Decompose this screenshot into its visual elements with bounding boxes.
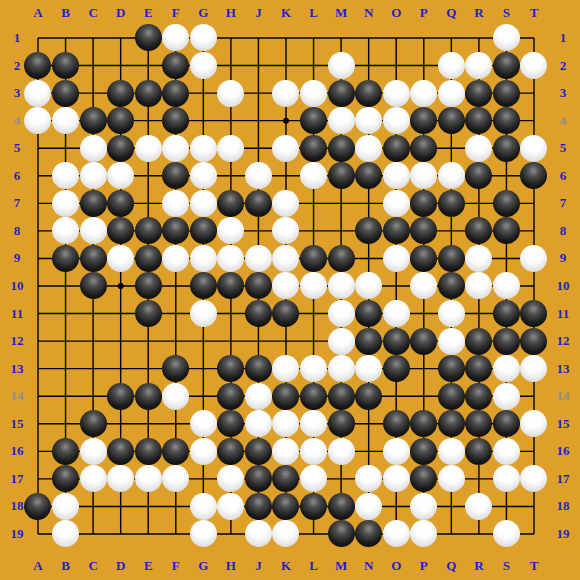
intersection-G12[interactable]: [190, 327, 218, 355]
intersection-O17[interactable]: [382, 465, 410, 493]
intersection-Q3[interactable]: [437, 79, 465, 107]
intersection-G11[interactable]: [190, 300, 218, 328]
intersection-A11[interactable]: [24, 300, 52, 328]
intersection-N11[interactable]: [355, 300, 383, 328]
intersection-F10[interactable]: [162, 272, 190, 300]
intersection-F3[interactable]: [162, 79, 190, 107]
intersection-S4[interactable]: [493, 107, 521, 135]
intersection-A12[interactable]: [24, 327, 52, 355]
intersection-T18[interactable]: [520, 493, 548, 521]
intersection-F17[interactable]: [162, 465, 190, 493]
intersection-K9[interactable]: [272, 245, 300, 273]
intersection-M7[interactable]: [327, 190, 355, 218]
intersection-K13[interactable]: [272, 355, 300, 383]
intersection-E10[interactable]: [134, 272, 162, 300]
intersection-B16[interactable]: [52, 437, 80, 465]
intersection-A9[interactable]: [24, 245, 52, 273]
intersection-A2[interactable]: [24, 52, 52, 80]
intersection-K17[interactable]: [272, 465, 300, 493]
intersection-L19[interactable]: [300, 520, 328, 548]
intersection-G6[interactable]: [190, 162, 218, 190]
intersection-N6[interactable]: [355, 162, 383, 190]
intersection-A10[interactable]: [24, 272, 52, 300]
intersection-H13[interactable]: [217, 355, 245, 383]
intersection-S11[interactable]: [493, 300, 521, 328]
intersection-P2[interactable]: [410, 52, 438, 80]
intersection-C10[interactable]: [79, 272, 107, 300]
intersection-S3[interactable]: [493, 79, 521, 107]
intersection-H15[interactable]: [217, 410, 245, 438]
intersection-R1[interactable]: [465, 24, 493, 52]
intersection-C1[interactable]: [79, 24, 107, 52]
intersection-T14[interactable]: [520, 382, 548, 410]
intersection-M10[interactable]: [327, 272, 355, 300]
intersection-T3[interactable]: [520, 79, 548, 107]
intersection-P13[interactable]: [410, 355, 438, 383]
intersection-P19[interactable]: [410, 520, 438, 548]
intersection-T17[interactable]: [520, 465, 548, 493]
intersection-J9[interactable]: [245, 245, 273, 273]
intersection-G17[interactable]: [190, 465, 218, 493]
intersection-O4[interactable]: [382, 107, 410, 135]
intersection-C15[interactable]: [79, 410, 107, 438]
intersection-G14[interactable]: [190, 382, 218, 410]
intersection-E18[interactable]: [134, 493, 162, 521]
intersection-R4[interactable]: [465, 107, 493, 135]
intersection-F4[interactable]: [162, 107, 190, 135]
intersection-M18[interactable]: [327, 493, 355, 521]
intersection-R19[interactable]: [465, 520, 493, 548]
intersection-A1[interactable]: [24, 24, 52, 52]
intersection-R9[interactable]: [465, 245, 493, 273]
intersection-E19[interactable]: [134, 520, 162, 548]
intersection-O10[interactable]: [382, 272, 410, 300]
intersection-K18[interactable]: [272, 493, 300, 521]
intersection-N16[interactable]: [355, 437, 383, 465]
intersection-S7[interactable]: [493, 190, 521, 218]
intersection-N10[interactable]: [355, 272, 383, 300]
intersection-B6[interactable]: [52, 162, 80, 190]
intersection-A19[interactable]: [24, 520, 52, 548]
intersection-T1[interactable]: [520, 24, 548, 52]
intersection-H2[interactable]: [217, 52, 245, 80]
intersection-J6[interactable]: [245, 162, 273, 190]
intersection-S14[interactable]: [493, 382, 521, 410]
intersection-P15[interactable]: [410, 410, 438, 438]
intersection-A16[interactable]: [24, 437, 52, 465]
intersection-K14[interactable]: [272, 382, 300, 410]
intersection-T12[interactable]: [520, 327, 548, 355]
intersection-D16[interactable]: [107, 437, 135, 465]
intersection-T7[interactable]: [520, 190, 548, 218]
intersection-H4[interactable]: [217, 107, 245, 135]
intersection-H7[interactable]: [217, 190, 245, 218]
intersection-F13[interactable]: [162, 355, 190, 383]
intersection-T16[interactable]: [520, 437, 548, 465]
intersection-O15[interactable]: [382, 410, 410, 438]
intersection-M12[interactable]: [327, 327, 355, 355]
intersection-B1[interactable]: [52, 24, 80, 52]
intersection-E6[interactable]: [134, 162, 162, 190]
intersection-G19[interactable]: [190, 520, 218, 548]
intersection-E15[interactable]: [134, 410, 162, 438]
intersection-J19[interactable]: [245, 520, 273, 548]
intersection-K19[interactable]: [272, 520, 300, 548]
intersection-B2[interactable]: [52, 52, 80, 80]
intersection-P18[interactable]: [410, 493, 438, 521]
intersection-F15[interactable]: [162, 410, 190, 438]
intersection-R15[interactable]: [465, 410, 493, 438]
intersection-P3[interactable]: [410, 79, 438, 107]
intersection-Q4[interactable]: [437, 107, 465, 135]
intersection-F19[interactable]: [162, 520, 190, 548]
intersection-K4[interactable]: [272, 107, 300, 135]
intersection-D18[interactable]: [107, 493, 135, 521]
intersection-F6[interactable]: [162, 162, 190, 190]
intersection-S2[interactable]: [493, 52, 521, 80]
intersection-K6[interactable]: [272, 162, 300, 190]
intersection-H19[interactable]: [217, 520, 245, 548]
intersection-F11[interactable]: [162, 300, 190, 328]
intersection-B11[interactable]: [52, 300, 80, 328]
intersection-B3[interactable]: [52, 79, 80, 107]
intersection-G1[interactable]: [190, 24, 218, 52]
intersection-A18[interactable]: [24, 493, 52, 521]
intersection-D19[interactable]: [107, 520, 135, 548]
intersection-S9[interactable]: [493, 245, 521, 273]
intersection-P17[interactable]: [410, 465, 438, 493]
intersection-N14[interactable]: [355, 382, 383, 410]
intersection-H18[interactable]: [217, 493, 245, 521]
intersection-C8[interactable]: [79, 217, 107, 245]
intersection-T4[interactable]: [520, 107, 548, 135]
intersection-J12[interactable]: [245, 327, 273, 355]
intersection-P12[interactable]: [410, 327, 438, 355]
intersection-T15[interactable]: [520, 410, 548, 438]
intersection-A17[interactable]: [24, 465, 52, 493]
intersection-H9[interactable]: [217, 245, 245, 273]
intersection-A13[interactable]: [24, 355, 52, 383]
intersection-F12[interactable]: [162, 327, 190, 355]
intersection-P11[interactable]: [410, 300, 438, 328]
intersection-C5[interactable]: [79, 134, 107, 162]
intersection-K12[interactable]: [272, 327, 300, 355]
intersection-A15[interactable]: [24, 410, 52, 438]
intersection-M4[interactable]: [327, 107, 355, 135]
intersection-L2[interactable]: [300, 52, 328, 80]
intersection-C19[interactable]: [79, 520, 107, 548]
intersection-P1[interactable]: [410, 24, 438, 52]
intersection-C6[interactable]: [79, 162, 107, 190]
intersection-Q11[interactable]: [437, 300, 465, 328]
intersection-A6[interactable]: [24, 162, 52, 190]
intersection-C7[interactable]: [79, 190, 107, 218]
intersection-D9[interactable]: [107, 245, 135, 273]
intersection-P16[interactable]: [410, 437, 438, 465]
intersection-S16[interactable]: [493, 437, 521, 465]
intersection-J5[interactable]: [245, 134, 273, 162]
intersection-R13[interactable]: [465, 355, 493, 383]
intersection-H17[interactable]: [217, 465, 245, 493]
intersection-T19[interactable]: [520, 520, 548, 548]
intersection-B10[interactable]: [52, 272, 80, 300]
intersection-D1[interactable]: [107, 24, 135, 52]
intersection-M9[interactable]: [327, 245, 355, 273]
intersection-D2[interactable]: [107, 52, 135, 80]
intersection-D17[interactable]: [107, 465, 135, 493]
intersection-E8[interactable]: [134, 217, 162, 245]
intersection-L16[interactable]: [300, 437, 328, 465]
intersection-L12[interactable]: [300, 327, 328, 355]
intersection-G2[interactable]: [190, 52, 218, 80]
intersection-O5[interactable]: [382, 134, 410, 162]
intersection-Q8[interactable]: [437, 217, 465, 245]
intersection-Q15[interactable]: [437, 410, 465, 438]
intersection-O13[interactable]: [382, 355, 410, 383]
intersection-L11[interactable]: [300, 300, 328, 328]
intersection-G10[interactable]: [190, 272, 218, 300]
intersection-L8[interactable]: [300, 217, 328, 245]
intersection-R7[interactable]: [465, 190, 493, 218]
intersection-G13[interactable]: [190, 355, 218, 383]
intersection-P7[interactable]: [410, 190, 438, 218]
intersection-H3[interactable]: [217, 79, 245, 107]
intersection-Q13[interactable]: [437, 355, 465, 383]
intersection-G9[interactable]: [190, 245, 218, 273]
intersection-R6[interactable]: [465, 162, 493, 190]
intersection-F8[interactable]: [162, 217, 190, 245]
intersection-N17[interactable]: [355, 465, 383, 493]
intersection-M2[interactable]: [327, 52, 355, 80]
intersection-E4[interactable]: [134, 107, 162, 135]
intersection-N1[interactable]: [355, 24, 383, 52]
intersection-L5[interactable]: [300, 134, 328, 162]
intersection-M13[interactable]: [327, 355, 355, 383]
intersection-R11[interactable]: [465, 300, 493, 328]
intersection-L7[interactable]: [300, 190, 328, 218]
intersection-R10[interactable]: [465, 272, 493, 300]
intersection-F16[interactable]: [162, 437, 190, 465]
intersection-J8[interactable]: [245, 217, 273, 245]
intersection-Q10[interactable]: [437, 272, 465, 300]
intersection-A3[interactable]: [24, 79, 52, 107]
intersection-M3[interactable]: [327, 79, 355, 107]
intersection-N8[interactable]: [355, 217, 383, 245]
intersection-O2[interactable]: [382, 52, 410, 80]
intersection-T6[interactable]: [520, 162, 548, 190]
intersection-P4[interactable]: [410, 107, 438, 135]
intersection-C9[interactable]: [79, 245, 107, 273]
intersection-O7[interactable]: [382, 190, 410, 218]
intersection-Q1[interactable]: [437, 24, 465, 52]
intersection-L15[interactable]: [300, 410, 328, 438]
intersection-Q5[interactable]: [437, 134, 465, 162]
intersection-K15[interactable]: [272, 410, 300, 438]
intersection-C3[interactable]: [79, 79, 107, 107]
intersection-M1[interactable]: [327, 24, 355, 52]
intersection-A14[interactable]: [24, 382, 52, 410]
intersection-E2[interactable]: [134, 52, 162, 80]
intersection-K11[interactable]: [272, 300, 300, 328]
intersection-O19[interactable]: [382, 520, 410, 548]
intersection-K2[interactable]: [272, 52, 300, 80]
intersection-Q6[interactable]: [437, 162, 465, 190]
intersection-K10[interactable]: [272, 272, 300, 300]
intersection-E1[interactable]: [134, 24, 162, 52]
intersection-D7[interactable]: [107, 190, 135, 218]
intersection-F14[interactable]: [162, 382, 190, 410]
intersection-T9[interactable]: [520, 245, 548, 273]
intersection-F5[interactable]: [162, 134, 190, 162]
intersection-L17[interactable]: [300, 465, 328, 493]
intersection-Q14[interactable]: [437, 382, 465, 410]
intersection-G7[interactable]: [190, 190, 218, 218]
intersection-B17[interactable]: [52, 465, 80, 493]
intersection-P6[interactable]: [410, 162, 438, 190]
intersection-J3[interactable]: [245, 79, 273, 107]
intersection-N7[interactable]: [355, 190, 383, 218]
intersection-M11[interactable]: [327, 300, 355, 328]
intersection-N5[interactable]: [355, 134, 383, 162]
intersection-A5[interactable]: [24, 134, 52, 162]
intersection-O14[interactable]: [382, 382, 410, 410]
intersection-G5[interactable]: [190, 134, 218, 162]
intersection-A8[interactable]: [24, 217, 52, 245]
intersection-S15[interactable]: [493, 410, 521, 438]
intersection-K3[interactable]: [272, 79, 300, 107]
intersection-Q2[interactable]: [437, 52, 465, 80]
intersection-E7[interactable]: [134, 190, 162, 218]
intersection-L4[interactable]: [300, 107, 328, 135]
intersection-R17[interactable]: [465, 465, 493, 493]
intersection-O11[interactable]: [382, 300, 410, 328]
intersection-J11[interactable]: [245, 300, 273, 328]
intersection-G4[interactable]: [190, 107, 218, 135]
intersection-T13[interactable]: [520, 355, 548, 383]
intersection-M6[interactable]: [327, 162, 355, 190]
intersection-M19[interactable]: [327, 520, 355, 548]
intersection-B15[interactable]: [52, 410, 80, 438]
intersection-R18[interactable]: [465, 493, 493, 521]
intersection-Q19[interactable]: [437, 520, 465, 548]
intersection-K1[interactable]: [272, 24, 300, 52]
intersection-J15[interactable]: [245, 410, 273, 438]
intersection-S5[interactable]: [493, 134, 521, 162]
intersection-K16[interactable]: [272, 437, 300, 465]
intersection-R8[interactable]: [465, 217, 493, 245]
intersection-P5[interactable]: [410, 134, 438, 162]
intersection-A4[interactable]: [24, 107, 52, 135]
intersection-S8[interactable]: [493, 217, 521, 245]
intersection-E11[interactable]: [134, 300, 162, 328]
intersection-K7[interactable]: [272, 190, 300, 218]
intersection-O8[interactable]: [382, 217, 410, 245]
intersection-B12[interactable]: [52, 327, 80, 355]
intersection-L1[interactable]: [300, 24, 328, 52]
intersection-H12[interactable]: [217, 327, 245, 355]
intersection-M16[interactable]: [327, 437, 355, 465]
intersection-G18[interactable]: [190, 493, 218, 521]
intersection-L10[interactable]: [300, 272, 328, 300]
intersection-P14[interactable]: [410, 382, 438, 410]
intersection-E16[interactable]: [134, 437, 162, 465]
intersection-E13[interactable]: [134, 355, 162, 383]
intersection-C2[interactable]: [79, 52, 107, 80]
intersection-N3[interactable]: [355, 79, 383, 107]
intersection-B9[interactable]: [52, 245, 80, 273]
intersection-S12[interactable]: [493, 327, 521, 355]
intersection-G16[interactable]: [190, 437, 218, 465]
intersection-L6[interactable]: [300, 162, 328, 190]
intersection-L9[interactable]: [300, 245, 328, 273]
intersection-N9[interactable]: [355, 245, 383, 273]
intersection-R3[interactable]: [465, 79, 493, 107]
intersection-Q9[interactable]: [437, 245, 465, 273]
intersection-J14[interactable]: [245, 382, 273, 410]
intersection-L18[interactable]: [300, 493, 328, 521]
intersection-B13[interactable]: [52, 355, 80, 383]
intersection-B5[interactable]: [52, 134, 80, 162]
intersection-J18[interactable]: [245, 493, 273, 521]
intersection-N2[interactable]: [355, 52, 383, 80]
intersection-J13[interactable]: [245, 355, 273, 383]
intersection-M15[interactable]: [327, 410, 355, 438]
intersection-D3[interactable]: [107, 79, 135, 107]
intersection-C11[interactable]: [79, 300, 107, 328]
intersection-R14[interactable]: [465, 382, 493, 410]
intersection-Q17[interactable]: [437, 465, 465, 493]
intersection-S1[interactable]: [493, 24, 521, 52]
intersection-R12[interactable]: [465, 327, 493, 355]
intersection-P10[interactable]: [410, 272, 438, 300]
intersection-B7[interactable]: [52, 190, 80, 218]
intersection-B8[interactable]: [52, 217, 80, 245]
intersection-G15[interactable]: [190, 410, 218, 438]
intersection-S6[interactable]: [493, 162, 521, 190]
intersection-C4[interactable]: [79, 107, 107, 135]
intersection-C13[interactable]: [79, 355, 107, 383]
intersection-J4[interactable]: [245, 107, 273, 135]
intersection-L14[interactable]: [300, 382, 328, 410]
intersection-T8[interactable]: [520, 217, 548, 245]
intersection-B18[interactable]: [52, 493, 80, 521]
intersection-D6[interactable]: [107, 162, 135, 190]
intersection-F2[interactable]: [162, 52, 190, 80]
intersection-P9[interactable]: [410, 245, 438, 273]
intersection-Q7[interactable]: [437, 190, 465, 218]
intersection-O6[interactable]: [382, 162, 410, 190]
intersection-M8[interactable]: [327, 217, 355, 245]
intersection-E5[interactable]: [134, 134, 162, 162]
intersection-E9[interactable]: [134, 245, 162, 273]
intersection-F9[interactable]: [162, 245, 190, 273]
intersection-E3[interactable]: [134, 79, 162, 107]
intersection-C16[interactable]: [79, 437, 107, 465]
intersection-N19[interactable]: [355, 520, 383, 548]
intersection-M14[interactable]: [327, 382, 355, 410]
intersection-F1[interactable]: [162, 24, 190, 52]
intersection-O9[interactable]: [382, 245, 410, 273]
intersection-M5[interactable]: [327, 134, 355, 162]
intersection-N4[interactable]: [355, 107, 383, 135]
intersection-O16[interactable]: [382, 437, 410, 465]
intersection-T11[interactable]: [520, 300, 548, 328]
intersection-D11[interactable]: [107, 300, 135, 328]
intersection-P8[interactable]: [410, 217, 438, 245]
intersection-B14[interactable]: [52, 382, 80, 410]
intersection-T10[interactable]: [520, 272, 548, 300]
intersection-K8[interactable]: [272, 217, 300, 245]
